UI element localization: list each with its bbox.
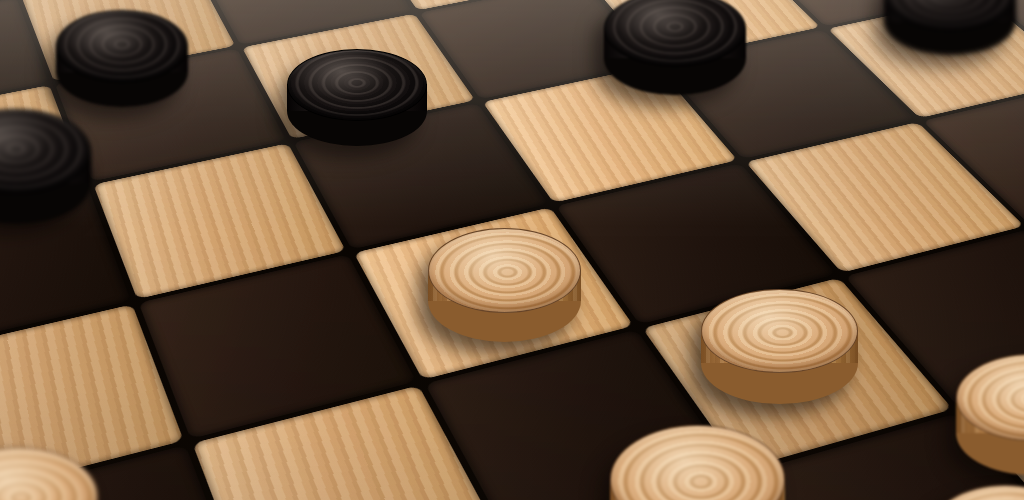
pieces-layer	[0, 0, 1024, 500]
checker-piece-wood[interactable]	[930, 485, 1024, 500]
piece-top-face	[701, 289, 858, 373]
checkers-board-photo	[0, 0, 1024, 500]
checker-piece-wood[interactable]	[428, 228, 581, 342]
piece-top-face	[610, 425, 785, 500]
checker-piece-black[interactable]	[287, 49, 427, 146]
checker-piece-wood[interactable]	[956, 354, 1024, 475]
checker-piece-wood[interactable]	[701, 289, 858, 404]
piece-top-face	[0, 447, 98, 500]
checker-piece-wood[interactable]	[0, 447, 98, 500]
piece-top-face	[930, 485, 1024, 500]
checker-piece-black[interactable]	[884, 0, 1016, 55]
piece-top-face	[56, 10, 188, 83]
checker-piece-black[interactable]	[0, 109, 91, 224]
piece-top-face	[287, 49, 427, 121]
checker-piece-black[interactable]	[604, 0, 746, 95]
checker-piece-black[interactable]	[56, 10, 188, 107]
piece-top-face	[428, 228, 581, 313]
checker-piece-wood[interactable]	[610, 425, 785, 500]
